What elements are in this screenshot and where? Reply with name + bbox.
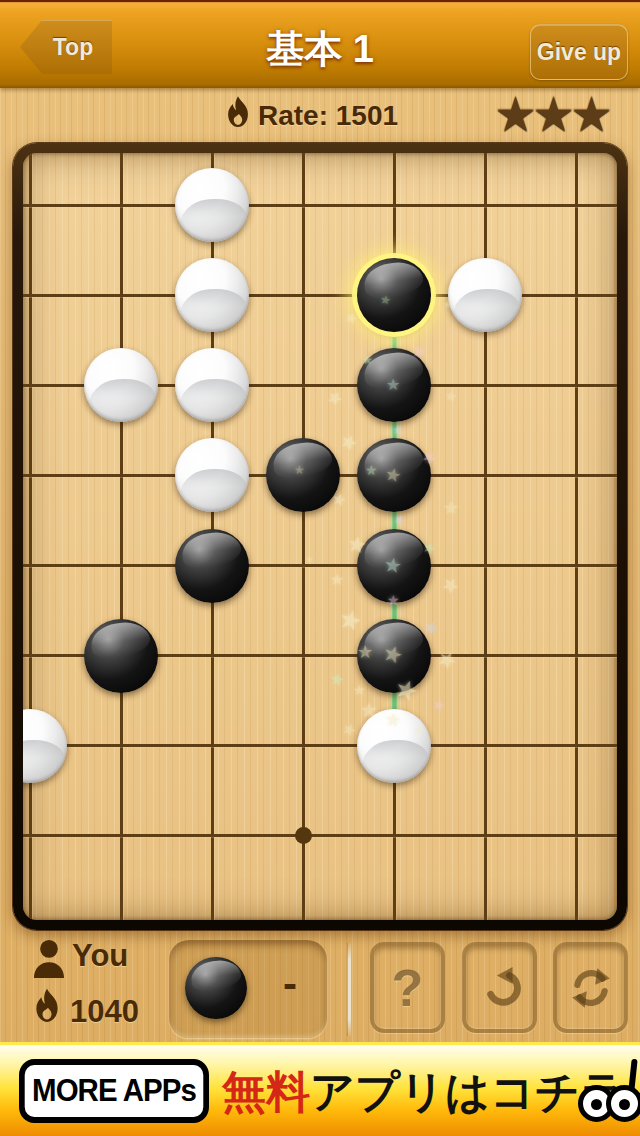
grid-line-vertical bbox=[302, 153, 305, 920]
sparkle-star-icon: ★ bbox=[329, 671, 346, 689]
stone-black bbox=[175, 529, 249, 603]
stone-white bbox=[84, 348, 158, 422]
sparkle-star-icon: ★ bbox=[443, 499, 459, 517]
more-apps-label: MORE APPs bbox=[32, 1073, 196, 1109]
undo-button[interactable] bbox=[462, 942, 537, 1033]
turn-indicator-panel: - bbox=[169, 940, 327, 1038]
grid-line-horizontal bbox=[23, 834, 617, 837]
sparkle-star-icon: ★ bbox=[330, 572, 344, 588]
mascot-eyes-icon bbox=[578, 1059, 636, 1125]
stone-black bbox=[357, 619, 431, 693]
player-icon bbox=[30, 938, 68, 980]
sparkle-star-icon: ★ bbox=[339, 720, 359, 741]
app-screen: Top 基本 1 Give up Rate: 1501 ★★★ ★★★★★★★★… bbox=[0, 0, 640, 1136]
board[interactable]: ★★★★★★★★★★★★★★★★★★★★★★★★★★★★★★★★★★★★★ bbox=[23, 153, 617, 920]
grid-line-horizontal bbox=[23, 294, 617, 297]
difficulty-stars: ★★★ bbox=[494, 86, 608, 142]
sparkle-star-icon: ★ bbox=[438, 572, 464, 599]
turn-stone-black bbox=[185, 957, 247, 1019]
ad-banner[interactable]: MORE APPs 無料アプリはコチラ bbox=[0, 1042, 640, 1136]
question-icon: ? bbox=[392, 958, 424, 1018]
board-frame: ★★★★★★★★★★★★★★★★★★★★★★★★★★★★★★★★★★★★★ bbox=[13, 143, 627, 930]
refresh-icon bbox=[568, 965, 614, 1011]
bottom-bar-divider bbox=[347, 943, 351, 1036]
mascot-eye-right bbox=[606, 1085, 640, 1122]
stone-white bbox=[175, 438, 249, 512]
mascot-eye-stem bbox=[628, 1059, 637, 1091]
stone-white bbox=[175, 348, 249, 422]
stone-black bbox=[357, 438, 431, 512]
flame-icon bbox=[224, 96, 252, 136]
grid-line-vertical bbox=[575, 153, 578, 920]
player-rating: 1040 bbox=[70, 994, 139, 1030]
sparkle-star-icon: ★ bbox=[353, 683, 366, 697]
stone-black bbox=[84, 619, 158, 693]
stone-white bbox=[175, 258, 249, 332]
grid-line-horizontal bbox=[23, 204, 617, 207]
sparkle-star-icon: ★ bbox=[324, 386, 347, 410]
stone-white bbox=[357, 709, 431, 783]
grid-line-horizontal bbox=[23, 564, 617, 567]
grid-line-horizontal bbox=[23, 744, 617, 747]
stone-black bbox=[357, 529, 431, 603]
player-name: You bbox=[72, 938, 128, 974]
sparkle-star-icon: ★ bbox=[444, 388, 459, 404]
star-point bbox=[295, 827, 312, 844]
more-apps-badge[interactable]: MORE APPs bbox=[19, 1059, 209, 1123]
stone-black bbox=[266, 438, 340, 512]
sparkle-star-icon: ★ bbox=[433, 646, 461, 675]
give-up-button[interactable]: Give up bbox=[530, 24, 628, 80]
sparkle-star-icon: ★ bbox=[336, 604, 365, 635]
sparkle-star-icon: ★ bbox=[337, 429, 362, 455]
banner-text-free: 無料 bbox=[222, 1067, 310, 1116]
stone-black bbox=[357, 258, 431, 332]
give-up-label: Give up bbox=[537, 39, 621, 66]
stone-white bbox=[23, 709, 67, 783]
undo-icon bbox=[477, 965, 523, 1011]
grid-line-vertical bbox=[120, 153, 123, 920]
retry-refresh-button[interactable] bbox=[553, 942, 628, 1033]
navbar: Top 基本 1 Give up bbox=[0, 0, 640, 88]
player-flame-icon bbox=[32, 988, 62, 1032]
stone-white bbox=[175, 168, 249, 242]
grid-line-vertical bbox=[29, 153, 32, 920]
stone-black bbox=[357, 348, 431, 422]
stone-white bbox=[448, 258, 522, 332]
hint-button[interactable]: ? bbox=[370, 942, 445, 1033]
banner-text: 無料アプリはコチラ bbox=[222, 1063, 625, 1122]
sparkle-star-icon: ★ bbox=[431, 697, 447, 714]
turn-value: - bbox=[265, 960, 315, 1008]
sparkle-star-icon: ★ bbox=[343, 309, 360, 326]
rate-value: Rate: 1501 bbox=[258, 100, 398, 132]
